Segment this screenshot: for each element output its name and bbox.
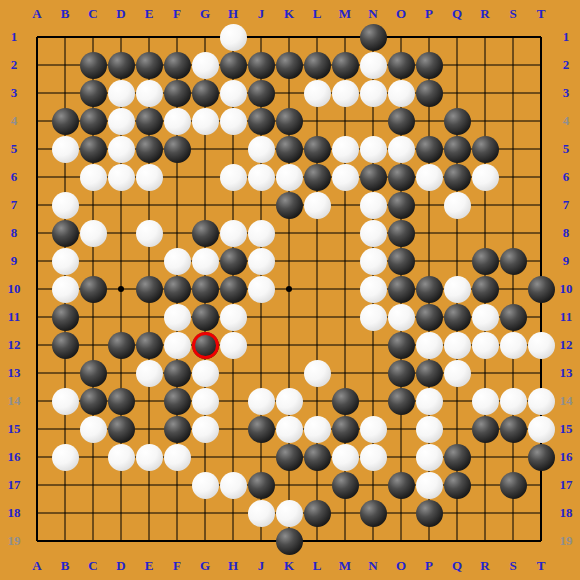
- stone-white-H8: [220, 220, 247, 247]
- stone-black-Q4: [444, 108, 471, 135]
- coord-label: C: [82, 558, 104, 574]
- stone-black-F14: [164, 388, 191, 415]
- stone-white-P6: [416, 164, 443, 191]
- stone-black-F15: [164, 416, 191, 443]
- stone-black-P13: [416, 360, 443, 387]
- stone-white-M5: [332, 136, 359, 163]
- stone-white-B14: [52, 388, 79, 415]
- stone-white-P16: [416, 444, 443, 471]
- coord-label: S: [502, 6, 524, 22]
- coord-label: G: [194, 6, 216, 22]
- stone-white-T12: [528, 332, 555, 359]
- stone-black-O6: [388, 164, 415, 191]
- stone-white-N16: [360, 444, 387, 471]
- stone-black-S11: [500, 304, 527, 331]
- stone-white-Q7: [444, 192, 471, 219]
- stone-white-O3: [388, 80, 415, 107]
- stone-white-E8: [136, 220, 163, 247]
- stone-white-J18: [248, 500, 275, 527]
- stone-black-O7: [388, 192, 415, 219]
- stone-white-T15: [528, 416, 555, 443]
- stone-white-L3: [304, 80, 331, 107]
- coord-label: 5: [555, 141, 577, 157]
- stone-white-N7: [360, 192, 387, 219]
- stone-white-H4: [220, 108, 247, 135]
- coord-label: 16: [3, 449, 25, 465]
- coord-label: 8: [555, 225, 577, 241]
- stone-black-C4: [80, 108, 107, 135]
- stone-white-H1: [220, 24, 247, 51]
- stone-white-H17: [220, 472, 247, 499]
- coord-label: D: [110, 558, 132, 574]
- stone-black-P5: [416, 136, 443, 163]
- coord-label: F: [166, 558, 188, 574]
- stone-white-G15: [192, 416, 219, 443]
- coord-label: 18: [3, 505, 25, 521]
- stone-black-L5: [304, 136, 331, 163]
- stone-white-B10: [52, 276, 79, 303]
- coord-label: 12: [555, 337, 577, 353]
- stone-white-P15: [416, 416, 443, 443]
- stone-black-K4: [276, 108, 303, 135]
- star-point: [286, 286, 292, 292]
- coord-label: 3: [555, 85, 577, 101]
- stone-black-H10: [220, 276, 247, 303]
- stone-white-O5: [388, 136, 415, 163]
- stone-black-P10: [416, 276, 443, 303]
- stone-black-L6: [304, 164, 331, 191]
- stone-black-C5: [80, 136, 107, 163]
- stone-white-L7: [304, 192, 331, 219]
- stone-white-F9: [164, 248, 191, 275]
- stone-black-B11: [52, 304, 79, 331]
- coord-label: 9: [3, 253, 25, 269]
- stone-white-R6: [472, 164, 499, 191]
- star-point: [118, 286, 124, 292]
- stone-black-N18: [360, 500, 387, 527]
- coord-label: 6: [555, 169, 577, 185]
- stone-white-L13: [304, 360, 331, 387]
- coord-label: 11: [3, 309, 25, 325]
- coord-label: 6: [3, 169, 25, 185]
- coord-label: 5: [3, 141, 25, 157]
- stone-white-C6: [80, 164, 107, 191]
- stone-black-J2: [248, 52, 275, 79]
- stone-white-H11: [220, 304, 247, 331]
- stone-white-B5: [52, 136, 79, 163]
- stone-black-H9: [220, 248, 247, 275]
- stone-white-J9: [248, 248, 275, 275]
- coord-label: A: [26, 6, 48, 22]
- stone-black-Q11: [444, 304, 471, 331]
- coord-label: O: [390, 558, 412, 574]
- coord-label: N: [362, 558, 384, 574]
- stone-white-D3: [108, 80, 135, 107]
- stone-white-N10: [360, 276, 387, 303]
- coord-label: E: [138, 6, 160, 22]
- stone-white-Q10: [444, 276, 471, 303]
- stone-white-P12: [416, 332, 443, 359]
- stone-black-F3: [164, 80, 191, 107]
- stone-white-F4: [164, 108, 191, 135]
- stone-white-B9: [52, 248, 79, 275]
- stone-black-O4: [388, 108, 415, 135]
- stone-black-C13: [80, 360, 107, 387]
- stone-white-G9: [192, 248, 219, 275]
- coord-label: P: [418, 558, 440, 574]
- stone-black-O10: [388, 276, 415, 303]
- go-board[interactable]: AABBCCDDEEFFGGHHJJKKLLMMNNOOPPQQRRSSTT11…: [0, 0, 580, 580]
- coord-label: 9: [555, 253, 577, 269]
- stone-black-S17: [500, 472, 527, 499]
- coord-label: L: [306, 6, 328, 22]
- stone-white-K18: [276, 500, 303, 527]
- coord-label: 12: [3, 337, 25, 353]
- stone-white-R12: [472, 332, 499, 359]
- stone-black-T10: [528, 276, 555, 303]
- stone-black-O14: [388, 388, 415, 415]
- coord-label: 10: [555, 281, 577, 297]
- coord-label: L: [306, 558, 328, 574]
- stone-white-G4: [192, 108, 219, 135]
- stone-black-K16: [276, 444, 303, 471]
- coord-label: 15: [555, 421, 577, 437]
- stone-black-D2: [108, 52, 135, 79]
- coord-label: J: [250, 558, 272, 574]
- coord-label: A: [26, 558, 48, 574]
- coord-label: 13: [3, 365, 25, 381]
- stone-white-C8: [80, 220, 107, 247]
- stone-black-O12: [388, 332, 415, 359]
- coord-label: H: [222, 558, 244, 574]
- coord-label: P: [418, 6, 440, 22]
- stone-black-T16: [528, 444, 555, 471]
- coord-label: Q: [446, 558, 468, 574]
- coord-label: H: [222, 6, 244, 22]
- stone-white-J5: [248, 136, 275, 163]
- stone-black-R15: [472, 416, 499, 443]
- stone-black-P11: [416, 304, 443, 331]
- stone-black-R9: [472, 248, 499, 275]
- stone-white-C15: [80, 416, 107, 443]
- stone-black-E12: [136, 332, 163, 359]
- stone-white-S14: [500, 388, 527, 415]
- stone-black-N1: [360, 24, 387, 51]
- stone-black-C2: [80, 52, 107, 79]
- coord-label: 15: [3, 421, 25, 437]
- coord-label: Q: [446, 6, 468, 22]
- stone-white-K14: [276, 388, 303, 415]
- coord-label: R: [474, 558, 496, 574]
- stone-black-N6: [360, 164, 387, 191]
- stone-white-H6: [220, 164, 247, 191]
- stone-white-F11: [164, 304, 191, 331]
- stone-black-C14: [80, 388, 107, 415]
- coord-label: C: [82, 6, 104, 22]
- stone-black-F2: [164, 52, 191, 79]
- stone-black-M17: [332, 472, 359, 499]
- coord-label: 4: [555, 113, 577, 129]
- stone-white-R14: [472, 388, 499, 415]
- stone-black-J15: [248, 416, 275, 443]
- stone-black-Q17: [444, 472, 471, 499]
- coord-label: 3: [3, 85, 25, 101]
- stone-white-E3: [136, 80, 163, 107]
- stone-black-D15: [108, 416, 135, 443]
- stone-black-O8: [388, 220, 415, 247]
- coord-label: 11: [555, 309, 577, 325]
- stone-black-F13: [164, 360, 191, 387]
- stone-white-J14: [248, 388, 275, 415]
- stone-black-G3: [192, 80, 219, 107]
- stone-white-Q12: [444, 332, 471, 359]
- stone-white-H12: [220, 332, 247, 359]
- stone-white-G17: [192, 472, 219, 499]
- stone-white-G2: [192, 52, 219, 79]
- stone-white-D16: [108, 444, 135, 471]
- stone-white-D5: [108, 136, 135, 163]
- coord-label: G: [194, 558, 216, 574]
- coord-label: E: [138, 558, 160, 574]
- stone-black-J3: [248, 80, 275, 107]
- stone-white-L15: [304, 416, 331, 443]
- stone-black-B4: [52, 108, 79, 135]
- stone-black-K5: [276, 136, 303, 163]
- stone-black-E2: [136, 52, 163, 79]
- stone-black-B12: [52, 332, 79, 359]
- coord-label: 7: [555, 197, 577, 213]
- coord-label: 19: [555, 533, 577, 549]
- coord-label: B: [54, 6, 76, 22]
- stone-black-D12: [108, 332, 135, 359]
- stone-black-F10: [164, 276, 191, 303]
- stone-white-E13: [136, 360, 163, 387]
- stone-black-L16: [304, 444, 331, 471]
- coord-label: 1: [3, 29, 25, 45]
- stone-white-E6: [136, 164, 163, 191]
- stone-white-E16: [136, 444, 163, 471]
- stone-black-G12: [192, 332, 219, 359]
- stone-white-D4: [108, 108, 135, 135]
- stone-white-F16: [164, 444, 191, 471]
- coord-label: 13: [555, 365, 577, 381]
- coord-label: S: [502, 558, 524, 574]
- stone-black-M14: [332, 388, 359, 415]
- coord-label: 2: [3, 57, 25, 73]
- stone-white-N5: [360, 136, 387, 163]
- stone-white-R11: [472, 304, 499, 331]
- stone-white-Q13: [444, 360, 471, 387]
- stone-white-M6: [332, 164, 359, 191]
- stone-black-R5: [472, 136, 499, 163]
- stone-white-M16: [332, 444, 359, 471]
- coord-label: T: [530, 558, 552, 574]
- stone-black-G11: [192, 304, 219, 331]
- coord-label: 17: [3, 477, 25, 493]
- stone-black-G8: [192, 220, 219, 247]
- stone-black-S15: [500, 416, 527, 443]
- coord-label: K: [278, 6, 300, 22]
- coord-label: 2: [555, 57, 577, 73]
- stone-white-J10: [248, 276, 275, 303]
- stone-white-G13: [192, 360, 219, 387]
- stone-white-K6: [276, 164, 303, 191]
- coord-label: 8: [3, 225, 25, 241]
- coord-label: N: [362, 6, 384, 22]
- stone-black-M2: [332, 52, 359, 79]
- stone-white-N3: [360, 80, 387, 107]
- stone-black-J4: [248, 108, 275, 135]
- stone-black-E4: [136, 108, 163, 135]
- coord-label: O: [390, 6, 412, 22]
- coord-label: D: [110, 6, 132, 22]
- stone-black-J17: [248, 472, 275, 499]
- coord-label: 16: [555, 449, 577, 465]
- stone-white-T14: [528, 388, 555, 415]
- stone-black-E10: [136, 276, 163, 303]
- stone-white-G14: [192, 388, 219, 415]
- stone-white-N11: [360, 304, 387, 331]
- coord-label: 7: [3, 197, 25, 213]
- stone-black-M15: [332, 416, 359, 443]
- coord-label: T: [530, 6, 552, 22]
- stone-black-C3: [80, 80, 107, 107]
- stone-black-L18: [304, 500, 331, 527]
- stone-black-K7: [276, 192, 303, 219]
- stone-black-S9: [500, 248, 527, 275]
- stone-black-Q5: [444, 136, 471, 163]
- stone-black-B8: [52, 220, 79, 247]
- coord-label: M: [334, 558, 356, 574]
- stone-white-F12: [164, 332, 191, 359]
- stone-black-O17: [388, 472, 415, 499]
- stone-black-O9: [388, 248, 415, 275]
- stone-black-P3: [416, 80, 443, 107]
- stone-black-G10: [192, 276, 219, 303]
- stone-black-P2: [416, 52, 443, 79]
- coord-label: 4: [3, 113, 25, 129]
- coord-label: J: [250, 6, 272, 22]
- stone-white-N8: [360, 220, 387, 247]
- stone-white-M3: [332, 80, 359, 107]
- stone-black-F5: [164, 136, 191, 163]
- stone-black-H2: [220, 52, 247, 79]
- coord-label: 10: [3, 281, 25, 297]
- coord-label: K: [278, 558, 300, 574]
- stone-white-O11: [388, 304, 415, 331]
- stone-white-N2: [360, 52, 387, 79]
- coord-label: 1: [555, 29, 577, 45]
- stone-white-N9: [360, 248, 387, 275]
- stone-white-K15: [276, 416, 303, 443]
- stone-white-B16: [52, 444, 79, 471]
- coord-label: M: [334, 6, 356, 22]
- coord-label: B: [54, 558, 76, 574]
- stone-white-J6: [248, 164, 275, 191]
- stone-black-Q6: [444, 164, 471, 191]
- coord-label: 14: [555, 393, 577, 409]
- stone-black-Q16: [444, 444, 471, 471]
- stone-black-K19: [276, 528, 303, 555]
- stone-black-E5: [136, 136, 163, 163]
- stone-black-R10: [472, 276, 499, 303]
- coord-label: R: [474, 6, 496, 22]
- stone-black-D14: [108, 388, 135, 415]
- stone-black-O2: [388, 52, 415, 79]
- coord-label: F: [166, 6, 188, 22]
- coord-label: 19: [3, 533, 25, 549]
- coord-label: 18: [555, 505, 577, 521]
- coord-label: 17: [555, 477, 577, 493]
- stone-black-L2: [304, 52, 331, 79]
- stone-white-P17: [416, 472, 443, 499]
- stone-black-P18: [416, 500, 443, 527]
- stone-white-H3: [220, 80, 247, 107]
- stone-white-N15: [360, 416, 387, 443]
- stone-white-B7: [52, 192, 79, 219]
- stone-white-J8: [248, 220, 275, 247]
- stone-white-D6: [108, 164, 135, 191]
- stone-black-C10: [80, 276, 107, 303]
- stone-black-O13: [388, 360, 415, 387]
- stone-white-S12: [500, 332, 527, 359]
- stone-black-K2: [276, 52, 303, 79]
- coord-label: 14: [3, 393, 25, 409]
- stone-white-P14: [416, 388, 443, 415]
